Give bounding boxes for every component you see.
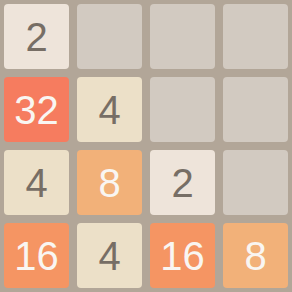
empty-cell <box>223 77 288 142</box>
tile-4: 4 <box>77 223 142 288</box>
empty-cell <box>223 4 288 69</box>
tile-8: 8 <box>77 150 142 215</box>
empty-cell <box>150 77 215 142</box>
tile-4: 4 <box>77 77 142 142</box>
empty-cell <box>223 150 288 215</box>
tile-16: 16 <box>150 223 215 288</box>
tile-8: 8 <box>223 223 288 288</box>
tile-2: 2 <box>150 150 215 215</box>
tile-16: 16 <box>4 223 69 288</box>
tile-32: 32 <box>4 77 69 142</box>
empty-cell <box>150 4 215 69</box>
tile-4: 4 <box>4 150 69 215</box>
empty-cell <box>77 4 142 69</box>
tile-2: 2 <box>4 4 69 69</box>
2048-board[interactable]: 2324482164168 <box>0 0 292 292</box>
